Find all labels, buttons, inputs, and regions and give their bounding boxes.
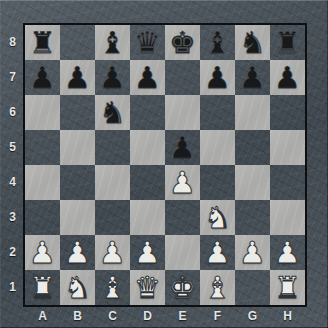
square-f8[interactable]: ♝ [200, 25, 235, 60]
square-e8[interactable]: ♚ [165, 25, 200, 60]
square-d1[interactable]: ♛ [130, 270, 165, 305]
square-e2[interactable] [165, 235, 200, 270]
square-h7[interactable]: ♟ [270, 60, 305, 95]
square-b8[interactable] [60, 25, 95, 60]
square-b2[interactable]: ♟ [60, 235, 95, 270]
square-c5[interactable] [95, 130, 130, 165]
square-d4[interactable] [130, 165, 165, 200]
square-e5[interactable]: ♟ [165, 130, 200, 165]
square-a8[interactable]: ♜ [25, 25, 60, 60]
square-g8[interactable]: ♞ [235, 25, 270, 60]
square-g7[interactable]: ♟ [235, 60, 270, 95]
piece-white-pawn[interactable]: ♟ [25, 235, 60, 270]
piece-white-pawn[interactable]: ♟ [60, 235, 95, 270]
square-h5[interactable] [270, 130, 305, 165]
square-d2[interactable]: ♟ [130, 235, 165, 270]
square-b6[interactable] [60, 95, 95, 130]
square-e3[interactable] [165, 200, 200, 235]
square-e6[interactable] [165, 95, 200, 130]
square-g5[interactable] [235, 130, 270, 165]
piece-black-pawn[interactable]: ♟ [25, 60, 60, 95]
square-b4[interactable] [60, 165, 95, 200]
piece-white-knight[interactable]: ♞ [60, 270, 95, 305]
piece-white-rook[interactable]: ♜ [25, 270, 60, 305]
board-frame: ♜♝♛♚♝♞♜♟♟♟♟♟♟♟♞♟♟♞♟♟♟♟♟♟♟♜♞♝♛♚♝♜ 8765432… [0, 0, 328, 328]
square-e4[interactable]: ♟ [165, 165, 200, 200]
rank-label-4: 4 [0, 165, 25, 200]
square-a2[interactable]: ♟ [25, 235, 60, 270]
piece-black-pawn[interactable]: ♟ [60, 60, 95, 95]
file-label-a: A [25, 305, 60, 328]
square-f2[interactable]: ♟ [200, 235, 235, 270]
square-b5[interactable] [60, 130, 95, 165]
square-c4[interactable] [95, 165, 130, 200]
square-h6[interactable] [270, 95, 305, 130]
piece-white-pawn[interactable]: ♟ [200, 235, 235, 270]
square-a5[interactable] [25, 130, 60, 165]
chess-board: ♜♝♛♚♝♞♜♟♟♟♟♟♟♟♞♟♟♞♟♟♟♟♟♟♟♜♞♝♛♚♝♜ [25, 25, 305, 305]
square-a7[interactable]: ♟ [25, 60, 60, 95]
square-c8[interactable]: ♝ [95, 25, 130, 60]
piece-white-pawn[interactable]: ♟ [130, 235, 165, 270]
square-h4[interactable] [270, 165, 305, 200]
piece-white-pawn[interactable]: ♟ [165, 165, 200, 200]
piece-black-bishop[interactable]: ♝ [95, 25, 130, 60]
square-h2[interactable]: ♟ [270, 235, 305, 270]
square-a4[interactable] [25, 165, 60, 200]
piece-black-pawn[interactable]: ♟ [130, 60, 165, 95]
square-f4[interactable] [200, 165, 235, 200]
piece-black-pawn[interactable]: ♟ [95, 60, 130, 95]
piece-black-pawn[interactable]: ♟ [235, 60, 270, 95]
square-d6[interactable] [130, 95, 165, 130]
square-b7[interactable]: ♟ [60, 60, 95, 95]
square-d5[interactable] [130, 130, 165, 165]
piece-black-rook[interactable]: ♜ [270, 25, 305, 60]
square-f6[interactable] [200, 95, 235, 130]
square-f1[interactable]: ♝ [200, 270, 235, 305]
piece-black-bishop[interactable]: ♝ [200, 25, 235, 60]
square-f7[interactable]: ♟ [200, 60, 235, 95]
square-h1[interactable]: ♜ [270, 270, 305, 305]
file-label-d: D [130, 305, 165, 328]
rank-label-7: 7 [0, 60, 25, 95]
file-label-h: H [270, 305, 305, 328]
file-label-f: F [200, 305, 235, 328]
square-b3[interactable] [60, 200, 95, 235]
square-a3[interactable] [25, 200, 60, 235]
piece-white-knight[interactable]: ♞ [200, 200, 235, 235]
square-g4[interactable] [235, 165, 270, 200]
square-e1[interactable]: ♚ [165, 270, 200, 305]
piece-white-queen[interactable]: ♛ [130, 270, 165, 305]
piece-white-rook[interactable]: ♜ [270, 270, 305, 305]
rank-label-6: 6 [0, 95, 25, 130]
piece-black-pawn[interactable]: ♟ [270, 60, 305, 95]
square-f3[interactable]: ♞ [200, 200, 235, 235]
square-g6[interactable] [235, 95, 270, 130]
file-label-e: E [165, 305, 200, 328]
piece-white-pawn[interactable]: ♟ [95, 235, 130, 270]
square-a1[interactable]: ♜ [25, 270, 60, 305]
piece-white-bishop[interactable]: ♝ [200, 270, 235, 305]
square-h3[interactable] [270, 200, 305, 235]
rank-label-5: 5 [0, 130, 25, 165]
square-c3[interactable] [95, 200, 130, 235]
file-label-c: C [95, 305, 130, 328]
piece-white-king[interactable]: ♚ [165, 270, 200, 305]
piece-black-pawn[interactable]: ♟ [165, 130, 200, 165]
square-f5[interactable] [200, 130, 235, 165]
square-c2[interactable]: ♟ [95, 235, 130, 270]
square-h8[interactable]: ♜ [270, 25, 305, 60]
square-d8[interactable]: ♛ [130, 25, 165, 60]
square-d7[interactable]: ♟ [130, 60, 165, 95]
square-g2[interactable]: ♟ [235, 235, 270, 270]
rank-label-1: 1 [0, 270, 25, 305]
square-d3[interactable] [130, 200, 165, 235]
square-c1[interactable]: ♝ [95, 270, 130, 305]
rank-label-2: 2 [0, 235, 25, 270]
piece-white-bishop[interactable]: ♝ [95, 270, 130, 305]
square-c6[interactable]: ♞ [95, 95, 130, 130]
square-g3[interactable] [235, 200, 270, 235]
square-c7[interactable]: ♟ [95, 60, 130, 95]
piece-white-pawn[interactable]: ♟ [270, 235, 305, 270]
piece-black-knight[interactable]: ♞ [95, 95, 130, 130]
piece-black-rook[interactable]: ♜ [25, 25, 60, 60]
piece-black-pawn[interactable]: ♟ [200, 60, 235, 95]
file-label-b: B [60, 305, 95, 328]
rank-label-8: 8 [0, 25, 25, 60]
piece-black-queen[interactable]: ♛ [130, 25, 165, 60]
piece-black-king[interactable]: ♚ [165, 25, 200, 60]
rank-label-3: 3 [0, 200, 25, 235]
square-e7[interactable] [165, 60, 200, 95]
file-label-g: G [235, 305, 270, 328]
piece-black-knight[interactable]: ♞ [235, 25, 270, 60]
square-g1[interactable] [235, 270, 270, 305]
piece-white-pawn[interactable]: ♟ [235, 235, 270, 270]
square-b1[interactable]: ♞ [60, 270, 95, 305]
square-a6[interactable] [25, 95, 60, 130]
